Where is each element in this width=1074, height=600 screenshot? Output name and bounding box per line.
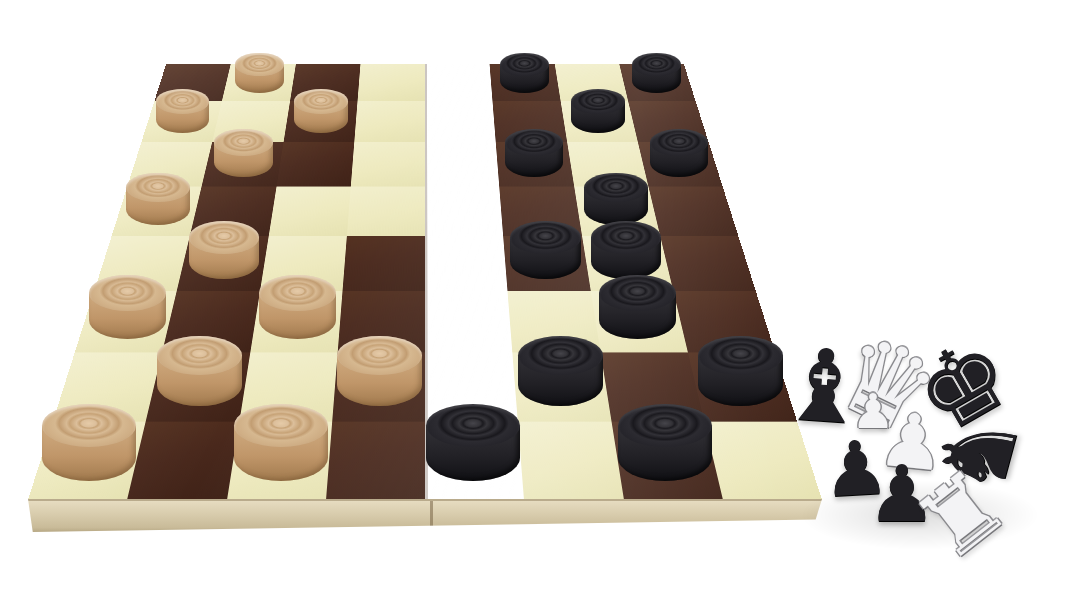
checker-light[interactable] bbox=[157, 336, 242, 406]
checker-top bbox=[337, 336, 422, 375]
square-r1c4[interactable] bbox=[357, 64, 425, 101]
square-r7c3[interactable] bbox=[127, 422, 239, 500]
checker-top bbox=[214, 129, 273, 156]
scene: ♝♛♟♟♟♟♚♞♜ bbox=[0, 0, 1074, 600]
checker-top bbox=[571, 89, 625, 114]
checker-light[interactable] bbox=[234, 404, 328, 481]
square-r4c4[interactable] bbox=[648, 187, 738, 236]
checker-light[interactable] bbox=[126, 173, 190, 226]
checker-light[interactable] bbox=[337, 336, 422, 406]
checker-top bbox=[294, 89, 348, 114]
square-r3c8[interactable] bbox=[268, 187, 350, 236]
checker-top bbox=[42, 404, 136, 447]
checker-light[interactable] bbox=[42, 404, 136, 481]
square-r4c1[interactable] bbox=[347, 187, 425, 236]
checker-light[interactable] bbox=[89, 275, 167, 339]
checker-top bbox=[584, 173, 648, 203]
checker-dark[interactable] bbox=[618, 404, 712, 481]
checker-dark[interactable] bbox=[500, 53, 549, 93]
checker-top bbox=[426, 404, 520, 447]
checker-top bbox=[235, 53, 284, 75]
checker-top bbox=[510, 221, 581, 253]
checker-dark[interactable] bbox=[632, 53, 681, 93]
checker-light[interactable] bbox=[189, 221, 260, 279]
checker-top bbox=[156, 89, 210, 114]
checker-top bbox=[500, 53, 549, 75]
square-r3c2[interactable] bbox=[351, 142, 425, 187]
checker-dark[interactable] bbox=[599, 275, 677, 339]
checker-dark[interactable] bbox=[518, 336, 603, 406]
square-r4c8[interactable] bbox=[342, 236, 425, 291]
checker-light[interactable] bbox=[235, 53, 284, 93]
square-r7c5[interactable] bbox=[326, 422, 425, 500]
square-r7c6[interactable] bbox=[518, 422, 623, 500]
checker-top bbox=[126, 173, 190, 203]
checker-dark[interactable] bbox=[426, 404, 520, 481]
checker-top bbox=[698, 336, 783, 375]
checker-top bbox=[591, 221, 662, 253]
checker-top bbox=[632, 53, 681, 75]
checker-top bbox=[157, 336, 242, 375]
checker-top bbox=[259, 275, 337, 311]
checker-top bbox=[518, 336, 603, 375]
checker-top bbox=[189, 221, 260, 253]
checker-light[interactable] bbox=[259, 275, 337, 339]
board-front-edge bbox=[28, 499, 822, 532]
square-r2c3[interactable] bbox=[354, 101, 425, 142]
checker-top bbox=[599, 275, 677, 311]
checker-dark[interactable] bbox=[698, 336, 783, 406]
checker-dark[interactable] bbox=[510, 221, 581, 279]
checker-top bbox=[89, 275, 167, 311]
checker-dark[interactable] bbox=[650, 129, 709, 177]
checker-dark[interactable] bbox=[505, 129, 564, 177]
checker-top bbox=[618, 404, 712, 447]
square-r3c1[interactable] bbox=[276, 142, 354, 187]
checker-dark[interactable] bbox=[571, 89, 625, 133]
checker-top bbox=[234, 404, 328, 447]
checker-top bbox=[505, 129, 564, 156]
checker-light[interactable] bbox=[294, 89, 348, 133]
checker-light[interactable] bbox=[156, 89, 210, 133]
checker-top bbox=[650, 129, 709, 156]
checker-light[interactable] bbox=[214, 129, 273, 177]
board-fold-seam bbox=[430, 501, 433, 532]
checker-dark[interactable] bbox=[591, 221, 662, 279]
checker-dark[interactable] bbox=[584, 173, 648, 226]
